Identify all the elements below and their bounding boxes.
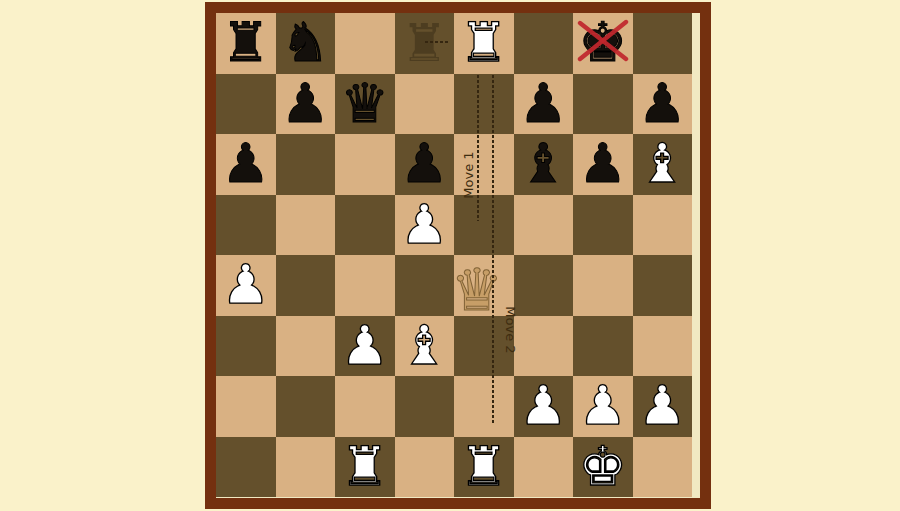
- square-g2[interactable]: ♟: [573, 376, 633, 437]
- square-e7[interactable]: [454, 74, 514, 135]
- black-pawn: ♟: [222, 134, 270, 194]
- square-d6[interactable]: ♟: [395, 134, 455, 195]
- white-rook: ♜: [341, 437, 389, 497]
- white-pawn: ♟: [400, 195, 448, 255]
- square-b1[interactable]: [276, 437, 336, 498]
- black-pawn: ♟: [400, 134, 448, 194]
- square-f7[interactable]: ♟: [514, 74, 574, 135]
- square-e2[interactable]: [454, 376, 514, 437]
- square-d3[interactable]: ♝: [395, 316, 455, 377]
- square-a1[interactable]: [216, 437, 276, 498]
- black-pawn: ♟: [281, 74, 329, 134]
- square-b6[interactable]: [276, 134, 336, 195]
- square-a2[interactable]: [216, 376, 276, 437]
- square-f4[interactable]: [514, 255, 574, 316]
- square-h7[interactable]: ♟: [633, 74, 693, 135]
- white-rook: ♜: [460, 13, 508, 73]
- square-f2[interactable]: ♟: [514, 376, 574, 437]
- board-frame: ♜♞♜♚♟♛♟♟♟♟♝♟♝♟♟♟♝♟♟♟♜♜♚ ♜ ♛ Move 1 Move …: [205, 2, 711, 509]
- square-f8[interactable]: [514, 13, 574, 74]
- white-bishop: ♝: [638, 134, 686, 194]
- white-bishop: ♝: [400, 316, 448, 376]
- square-g4[interactable]: [573, 255, 633, 316]
- square-b3[interactable]: [276, 316, 336, 377]
- square-f1[interactable]: [514, 437, 574, 498]
- square-h1[interactable]: [633, 437, 693, 498]
- white-king: ♚: [579, 437, 627, 497]
- black-king: ♚: [579, 13, 627, 73]
- square-a6[interactable]: ♟: [216, 134, 276, 195]
- black-pawn: ♟: [638, 74, 686, 134]
- square-g6[interactable]: ♟: [573, 134, 633, 195]
- square-c8[interactable]: [335, 13, 395, 74]
- black-pawn: ♟: [519, 74, 567, 134]
- white-pawn: ♟: [638, 376, 686, 436]
- square-e5[interactable]: [454, 195, 514, 256]
- square-c4[interactable]: [335, 255, 395, 316]
- square-g8[interactable]: ♚: [573, 13, 633, 74]
- square-f6[interactable]: ♝: [514, 134, 574, 195]
- square-c6[interactable]: [335, 134, 395, 195]
- square-a3[interactable]: [216, 316, 276, 377]
- square-g7[interactable]: [573, 74, 633, 135]
- square-c7[interactable]: ♛: [335, 74, 395, 135]
- square-a4[interactable]: ♟: [216, 255, 276, 316]
- square-b4[interactable]: [276, 255, 336, 316]
- square-e3[interactable]: [454, 316, 514, 377]
- square-c3[interactable]: ♟: [335, 316, 395, 377]
- square-h8[interactable]: [633, 13, 693, 74]
- black-queen: ♛: [341, 74, 389, 134]
- square-d2[interactable]: [395, 376, 455, 437]
- square-b7[interactable]: ♟: [276, 74, 336, 135]
- square-a7[interactable]: [216, 74, 276, 135]
- square-c5[interactable]: [335, 195, 395, 256]
- square-e4[interactable]: [454, 255, 514, 316]
- black-bishop: ♝: [519, 134, 567, 194]
- white-rook: ♜: [460, 437, 508, 497]
- square-f5[interactable]: [514, 195, 574, 256]
- square-c1[interactable]: ♜: [335, 437, 395, 498]
- square-h5[interactable]: [633, 195, 693, 256]
- square-h6[interactable]: ♝: [633, 134, 693, 195]
- white-pawn: ♟: [519, 376, 567, 436]
- white-pawn: ♟: [341, 316, 389, 376]
- square-b5[interactable]: [276, 195, 336, 256]
- square-h2[interactable]: ♟: [633, 376, 693, 437]
- square-d1[interactable]: [395, 437, 455, 498]
- square-c2[interactable]: [335, 376, 395, 437]
- square-b8[interactable]: ♞: [276, 13, 336, 74]
- square-h4[interactable]: [633, 255, 693, 316]
- square-g5[interactable]: [573, 195, 633, 256]
- square-a8[interactable]: ♜: [216, 13, 276, 74]
- square-d7[interactable]: [395, 74, 455, 135]
- square-e8[interactable]: ♜: [454, 13, 514, 74]
- square-g3[interactable]: [573, 316, 633, 377]
- white-pawn: ♟: [222, 255, 270, 315]
- square-d4[interactable]: [395, 255, 455, 316]
- black-rook: ♜: [222, 13, 270, 73]
- square-h3[interactable]: [633, 316, 693, 377]
- chessboard: ♜♞♜♚♟♛♟♟♟♟♝♟♝♟♟♟♝♟♟♟♜♜♚: [216, 13, 692, 497]
- square-a5[interactable]: [216, 195, 276, 256]
- square-g1[interactable]: ♚: [573, 437, 633, 498]
- square-d5[interactable]: ♟: [395, 195, 455, 256]
- black-knight: ♞: [281, 13, 329, 73]
- square-f3[interactable]: [514, 316, 574, 377]
- white-pawn: ♟: [579, 376, 627, 436]
- square-d8[interactable]: [395, 13, 455, 74]
- square-b2[interactable]: [276, 376, 336, 437]
- square-e1[interactable]: ♜: [454, 437, 514, 498]
- black-pawn: ♟: [579, 134, 627, 194]
- square-e6[interactable]: [454, 134, 514, 195]
